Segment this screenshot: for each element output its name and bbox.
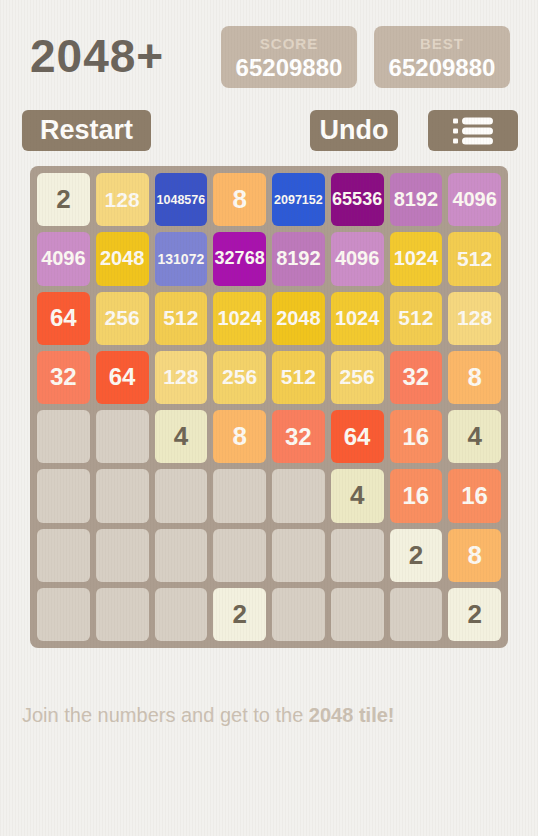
tile-512: 512: [448, 232, 501, 285]
undo-button[interactable]: Undo: [310, 110, 398, 151]
tile-16: 16: [390, 469, 443, 522]
empty-cell: [213, 469, 266, 522]
best-box: BEST 65209880: [374, 26, 510, 88]
tile-2: 2: [448, 588, 501, 641]
tile-512: 512: [155, 292, 208, 345]
tile-8192: 8192: [390, 173, 443, 226]
best-value: 65209880: [374, 54, 510, 82]
tile-2048: 2048: [272, 292, 325, 345]
empty-cell: [155, 588, 208, 641]
tile-64: 64: [331, 410, 384, 463]
tile-512: 512: [390, 292, 443, 345]
empty-cell: [213, 529, 266, 582]
tile-8: 8: [213, 173, 266, 226]
tile-16: 16: [390, 410, 443, 463]
menu-button[interactable]: [428, 110, 518, 151]
empty-cell: [331, 529, 384, 582]
tile-2048: 2048: [96, 232, 149, 285]
empty-cell: [96, 588, 149, 641]
tile-32768: 32768: [213, 232, 266, 285]
instructions-text: Join the numbers and get to the: [22, 704, 309, 726]
empty-cell: [96, 469, 149, 522]
tile-512: 512: [272, 351, 325, 404]
restart-button[interactable]: Restart: [22, 110, 151, 151]
toolbar-right: Undo: [310, 110, 518, 151]
tile-64: 64: [96, 351, 149, 404]
tile-128: 128: [155, 351, 208, 404]
best-label: BEST: [374, 35, 510, 52]
tile-4096: 4096: [37, 232, 90, 285]
tile-4096: 4096: [331, 232, 384, 285]
tile-4: 4: [155, 410, 208, 463]
tile-1024: 1024: [390, 232, 443, 285]
header: 2048+ SCORE 65209880 BEST 65209880: [0, 0, 538, 88]
tile-2097152: 2097152: [272, 173, 325, 226]
toolbar: Restart Undo: [0, 110, 538, 151]
tile-128: 128: [448, 292, 501, 345]
game-title: 2048+: [30, 26, 164, 86]
tile-16: 16: [448, 469, 501, 522]
list-icon: [452, 117, 494, 145]
tile-65536: 65536: [331, 173, 384, 226]
tile-256: 256: [96, 292, 149, 345]
tile-32: 32: [37, 351, 90, 404]
tile-64: 64: [37, 292, 90, 345]
tile-32: 32: [272, 410, 325, 463]
tile-4096: 4096: [448, 173, 501, 226]
tile-32: 32: [390, 351, 443, 404]
tile-8192: 8192: [272, 232, 325, 285]
instructions: Join the numbers and get to the 2048 til…: [22, 704, 538, 727]
tile-8: 8: [448, 351, 501, 404]
empty-cell: [37, 529, 90, 582]
empty-cell: [96, 529, 149, 582]
empty-cell: [272, 588, 325, 641]
empty-cell: [37, 588, 90, 641]
tile-8: 8: [448, 529, 501, 582]
score-value: 65209880: [221, 54, 357, 82]
tile-131072: 131072: [155, 232, 208, 285]
tile-1024: 1024: [331, 292, 384, 345]
empty-cell: [272, 469, 325, 522]
score-label: SCORE: [221, 35, 357, 52]
tile-2: 2: [390, 529, 443, 582]
tile-2: 2: [37, 173, 90, 226]
empty-cell: [390, 588, 443, 641]
tile-4: 4: [331, 469, 384, 522]
tile-2: 2: [213, 588, 266, 641]
empty-cell: [331, 588, 384, 641]
game-board[interactable]: 2128104857682097152655368192409640962048…: [30, 166, 508, 648]
empty-cell: [96, 410, 149, 463]
score-box: SCORE 65209880: [221, 26, 357, 88]
score-panel: SCORE 65209880 BEST 65209880: [221, 26, 510, 88]
tile-256: 256: [331, 351, 384, 404]
empty-cell: [155, 529, 208, 582]
tile-1048576: 1048576: [155, 173, 208, 226]
tile-256: 256: [213, 351, 266, 404]
instructions-goal: 2048 tile!: [309, 704, 395, 726]
empty-cell: [155, 469, 208, 522]
tile-1024: 1024: [213, 292, 266, 345]
empty-cell: [37, 410, 90, 463]
tile-8: 8: [213, 410, 266, 463]
empty-cell: [272, 529, 325, 582]
empty-cell: [37, 469, 90, 522]
tile-4: 4: [448, 410, 501, 463]
tile-128: 128: [96, 173, 149, 226]
